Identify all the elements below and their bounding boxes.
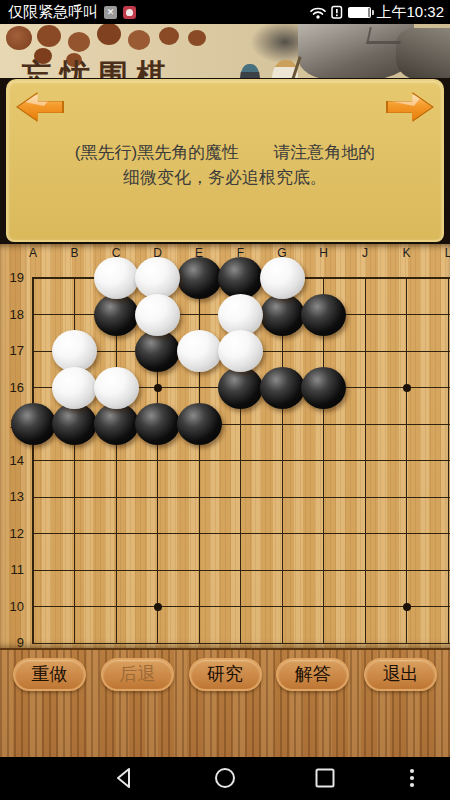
nav-menu-button[interactable]: [402, 765, 422, 791]
grid-line-vertical: [448, 278, 449, 644]
stone-black: [11, 403, 56, 445]
row-label: 13: [0, 489, 24, 505]
status-time: 上午10:32: [376, 3, 444, 22]
stone-black: [177, 403, 222, 445]
row-label: 9: [0, 635, 24, 648]
board-left-margin: [0, 244, 27, 648]
android-nav-bar: [0, 757, 450, 800]
column-label: A: [23, 247, 43, 260]
exit-button[interactable]: 退出: [364, 658, 437, 691]
stone-black: [218, 257, 263, 299]
battery-icon: [348, 7, 371, 18]
puzzle-description-line1: (黑先行)黑先角的魔性 请注意角地的: [8, 141, 442, 164]
nav-recents-button[interactable]: [312, 765, 338, 791]
next-problem-button[interactable]: [386, 89, 434, 125]
column-label: H: [314, 247, 334, 260]
stone-black: [94, 294, 139, 336]
column-label: J: [355, 247, 375, 260]
row-label: 11: [0, 562, 24, 578]
stone-black: [177, 257, 222, 299]
header-artwork: 忘忧围棋: [0, 24, 450, 78]
row-label: 14: [0, 453, 24, 469]
row-label: 18: [0, 307, 24, 323]
row-label: 10: [0, 599, 24, 615]
stone-black: [260, 367, 305, 409]
row-label: 12: [0, 526, 24, 542]
row-label: 19: [0, 270, 24, 286]
answer-button[interactable]: 解答: [276, 658, 349, 691]
study-button[interactable]: 研究: [189, 658, 262, 691]
grid-line-horizontal: [32, 497, 450, 498]
control-bar: 重做后退研究解答退出: [0, 648, 450, 757]
stone-white: [177, 330, 222, 372]
row-label: 16: [0, 380, 24, 396]
stone-white: [218, 330, 263, 372]
grid-line-vertical: [406, 278, 407, 644]
stone-white: [135, 294, 180, 336]
redo-button[interactable]: 重做: [13, 658, 86, 691]
status-bar: 仅限紧急呼叫 ✕ 上午10:32: [0, 0, 450, 24]
column-label: K: [397, 247, 417, 260]
grid-line-horizontal: [32, 533, 450, 534]
panel-backdrop: (黑先行)黑先角的魔性 请注意角地的 细微变化，务必追根究底。: [0, 78, 450, 244]
carrier-text: 仅限紧急呼叫: [8, 3, 98, 22]
notification-app-icon: ✕: [104, 6, 117, 19]
notification-red-app-icon: [123, 6, 136, 19]
phone-screen: 仅限紧急呼叫 ✕ 上午10:32 忘忧围棋: [0, 0, 450, 800]
app-title-partial: 忘忧围棋: [22, 55, 174, 78]
stone-white: [94, 367, 139, 409]
stone-white: [94, 257, 139, 299]
grid-line-vertical: [365, 278, 366, 644]
stone-black: [135, 403, 180, 445]
star-point: [154, 384, 162, 392]
grid-line-horizontal: [32, 460, 450, 461]
painting-figure-left: [240, 64, 260, 78]
painting-rock: [396, 28, 450, 78]
grid-line-horizontal: [32, 643, 450, 644]
undo-button[interactable]: 后退: [101, 658, 174, 691]
star-point: [154, 603, 162, 611]
row-label: 17: [0, 343, 24, 359]
star-point: [403, 384, 411, 392]
stone-white: [260, 257, 305, 299]
stone-white: [135, 257, 180, 299]
previous-problem-button[interactable]: [16, 89, 64, 125]
stone-white: [52, 330, 97, 372]
nav-home-button[interactable]: [212, 765, 238, 791]
stone-black: [135, 330, 180, 372]
painting-leaves: [6, 26, 32, 50]
wifi-icon: [310, 6, 326, 19]
nav-back-button[interactable]: [112, 765, 138, 791]
stone-black: [301, 294, 346, 336]
sim-alert-icon: [331, 5, 343, 19]
grid-line-horizontal: [32, 570, 450, 571]
star-point: [403, 603, 411, 611]
stone-black: [52, 403, 97, 445]
stone-black: [218, 367, 263, 409]
stone-black: [301, 367, 346, 409]
stone-black: [260, 294, 305, 336]
puzzle-description-line2: 细微变化，务必追根究底。: [8, 166, 442, 189]
painting-pavilion: [366, 27, 404, 44]
go-board[interactable]: 191817161514131211109ABCDEFGHJKL: [0, 244, 450, 648]
column-label: B: [65, 247, 85, 260]
grid-line-horizontal: [32, 606, 450, 607]
stone-white: [52, 367, 97, 409]
puzzle-panel: (黑先行)黑先角的魔性 请注意角地的 细微变化，务必追根究底。: [6, 79, 444, 242]
column-label: L: [438, 247, 450, 260]
stone-black: [94, 403, 139, 445]
grid-line-vertical: [32, 278, 34, 644]
